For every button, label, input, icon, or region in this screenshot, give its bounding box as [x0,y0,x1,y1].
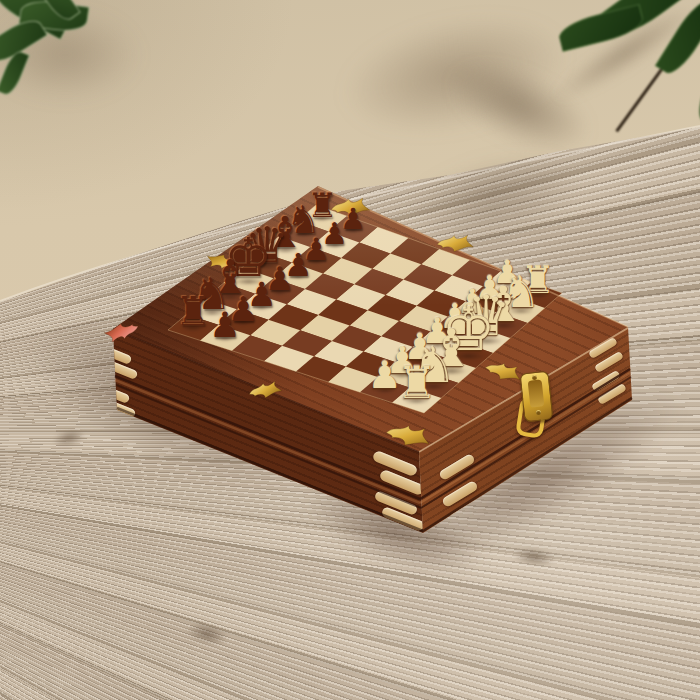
board-square-f1 [427,357,476,383]
corner-joint-inlay [96,383,131,404]
board-square-a1 [514,282,562,308]
brass-bird-inlay [206,254,237,270]
board-square-h4 [296,356,346,382]
wooden-table-surface [0,0,700,700]
piece-black-rook-a8: ♜ [305,189,339,223]
piece-white-king-e1: ♚ [438,299,499,360]
leaf [556,4,646,52]
piece-white-pawn-b2: ♟ [473,271,507,305]
plant-shadow-on-wall [331,0,579,153]
board-square-a5 [390,238,439,264]
board-square-d1 [462,327,511,353]
piece-black-pawn-g7: ♟ [226,292,261,327]
piece-shadow [444,328,465,333]
wood-knot [184,619,230,649]
board-square-c7 [292,247,341,273]
piece-shadow [215,336,236,341]
chess-box-left-side [0,0,700,700]
board-square-e4 [350,310,399,336]
board-square-e6 [287,289,337,315]
piece-black-pawn-a7: ♟ [338,205,368,235]
board-square-d2 [430,317,479,343]
piece-white-rook-a1: ♜ [519,261,558,300]
piece-shadow [462,312,482,317]
board-square-f5 [300,315,350,341]
board-square-d7 [273,263,323,289]
corner-joint-inlay [588,337,618,359]
brass-bird-inlay [484,360,522,382]
brass-latch [512,370,564,440]
piece-black-bishop-f8: ♝ [206,254,253,301]
board-square-g2 [378,362,427,388]
brass-bird-inlay [385,424,431,448]
corner-joint-inlay [374,490,419,516]
board-square-a8 [298,205,347,232]
piece-black-pawn-d7: ♟ [282,249,314,281]
board-square-a2 [483,271,531,297]
piece-shadow [489,322,518,329]
board-square-g1 [409,373,458,399]
board-square-e5 [318,300,367,326]
piece-shadow [419,383,448,390]
piece-shadow [252,262,281,269]
board-square-b4 [403,264,452,290]
piece-white-pawn-g2: ♟ [383,342,421,380]
wall-background [0,0,700,700]
box-lid-seam [113,187,632,531]
piece-white-knight-b1: ♞ [498,270,543,315]
piece-shadow [498,282,517,287]
piece-white-bishop-c1: ♝ [479,280,529,330]
leaf [596,0,700,46]
corner-joint-inlay [381,506,426,532]
piece-shadow [403,398,430,404]
leaf [0,0,77,40]
board-square-e2 [413,332,462,358]
board-square-b7 [310,232,359,258]
board-square-g7 [218,309,268,335]
piece-shadow [374,388,396,393]
piece-shadow [427,343,448,348]
leaf [694,63,700,124]
piece-shadow [273,247,298,253]
corner-joint-inlay [102,398,137,419]
board-square-c8 [261,236,311,262]
board-square-f8 [205,283,255,309]
piece-shadow [289,274,308,279]
leaf [18,0,89,35]
piece-shadow [199,309,225,315]
piece-black-rook-h8: ♜ [173,291,214,332]
board-square-f4 [332,326,381,352]
board-square-a7 [328,216,377,243]
board-square-f6 [268,304,318,330]
latch-screw [536,410,541,415]
wood-knot [511,545,557,569]
chessboard-squares [168,205,562,413]
piece-shadow [480,297,500,302]
plant-leaves-top-left [0,0,700,700]
piece-white-pawn-f2: ♟ [401,328,438,365]
board-square-g6 [250,320,300,346]
chess-box-right-side [0,0,700,700]
piece-shadow [508,308,534,314]
board-square-g4 [314,341,364,367]
board-square-c5 [354,269,403,295]
chess-box-lid-top [0,0,700,700]
board-square-f7 [237,294,287,320]
piece-shadow [233,320,253,325]
piece-shadow [312,216,332,221]
board-square-e7 [255,278,305,304]
piece-white-queen-d1: ♛ [458,288,515,345]
product-photo-scene: ♜♟♞♟♝♟♛♟♚♟♟♜♝♟♟♞♞♟♟♝♜♟♟♛♟♚♟♝♟♞♟♜ [0,0,700,700]
board-square-f3 [363,336,412,362]
board-square-g8 [187,299,237,325]
board-square-b6 [341,243,390,269]
piece-black-pawn-c7: ♟ [301,234,332,265]
latch-inner-plate [528,379,545,407]
board-square-c6 [323,258,372,284]
piece-shadow [216,294,244,301]
board-square-e3 [381,321,430,347]
piece-black-knight-g8: ♞ [189,272,234,317]
piece-black-pawn-f7: ♟ [245,278,279,312]
piece-shadow [233,278,265,286]
leaf [35,0,81,25]
wood-knot [51,427,88,450]
board-square-h1 [392,388,441,414]
piece-white-pawn-a2: ♟ [491,256,524,289]
corner-joint-inlay [594,351,624,373]
board-square-g5 [282,330,332,356]
piece-shadow [326,243,344,248]
board-square-b8 [279,221,328,248]
board-square-a3 [452,260,501,286]
board-square-c1 [479,312,528,338]
board-square-b3 [434,275,483,301]
leaf [0,48,30,97]
piece-white-pawn-e2: ♟ [419,313,455,349]
board-square-h2 [360,377,409,403]
piece-white-bishop-f1: ♝ [425,322,478,375]
piece-white-knight-g1: ♞ [409,340,459,390]
board-square-h3 [328,367,378,393]
board-square-f2 [395,347,444,373]
piece-shadow [391,373,413,378]
piece-white-pawn-h2: ♟ [365,356,404,395]
table-edge-highlight [0,0,700,700]
piece-shadow [252,305,272,310]
piece-black-pawn-e7: ♟ [263,263,296,296]
piece-black-knight-b8: ♞ [284,200,323,239]
latch-hook [515,396,548,439]
corner-joint-inlay [448,497,486,525]
board-square-g3 [346,351,395,377]
leaf [655,0,700,80]
corner-joint-inlay [441,480,479,508]
board-square-e8 [224,268,274,294]
board-square-a6 [359,227,408,253]
brass-bird-inlay [103,319,140,345]
piece-black-queen-d8: ♛ [242,220,292,270]
plant-shadow-on-wall [437,45,603,170]
brass-bird-inlay [330,196,370,218]
piece-shadow [409,358,431,363]
board-square-d5 [336,284,385,310]
box-shadow-on-table [294,466,496,595]
box-shadow-on-table [6,281,361,521]
box-shadow-on-table [391,358,700,587]
board-square-b5 [372,253,421,279]
latch-screw [532,375,537,380]
playing-area-border [168,205,562,413]
chess-pieces-layer: ♜♟♞♟♝♟♛♟♚♟♟♜♝♟♟♞♞♟♟♝♜♟♟♛♟♚♟♝♟♞♟♜ [0,0,700,700]
board-square-b1 [496,297,544,323]
board-square-b2 [465,286,513,312]
corner-joint-inlay [379,469,426,496]
latch-plate [520,371,554,423]
brass-bird-inlays [103,196,522,447]
piece-shadow [307,259,325,264]
board-square-h7 [200,325,250,351]
piece-black-king-e8: ♚ [221,231,275,285]
plant-branch [615,40,683,132]
piece-white-pawn-d2: ♟ [437,299,472,334]
leaf [0,13,48,69]
plant-shadow-on-table [393,136,598,263]
piece-white-rook-h1: ♜ [394,360,440,406]
corner-joint-inlay [597,383,627,405]
piece-shadow [527,293,550,299]
board-square-h6 [232,335,282,361]
board-square-c4 [385,280,434,306]
board-square-d3 [399,306,448,332]
board-square-d4 [368,295,417,321]
corner-joint-inlay [591,370,621,392]
piece-shadow [292,232,315,238]
board-square-c2 [448,301,497,327]
plant-shadow-on-wall [546,0,700,112]
piece-shadow [451,352,487,361]
piece-shadow [436,367,467,375]
piece-white-pawn-c2: ♟ [455,285,490,320]
brass-bird-inlay [248,379,283,401]
corner-joint-inlay [98,344,133,365]
corner-joint-inlay [372,450,419,477]
plant-leaves-top-right [0,0,700,700]
piece-black-bishop-c8: ♝ [264,211,308,255]
board-square-h5 [264,346,314,372]
board-overlay [0,0,700,700]
piece-shadow [181,325,205,331]
board-square-c3 [417,291,466,317]
piece-shadow [270,290,289,295]
leaf-shadow-on-wall [0,10,140,100]
piece-black-pawn-h7: ♟ [207,307,243,343]
piece-black-pawn-b7: ♟ [319,219,350,250]
piece-shadow [470,337,503,345]
board-square-e1 [444,342,493,368]
board-square-d8 [242,252,292,278]
corner-joint-inlay [438,453,476,481]
brass-bird-inlay [436,234,473,253]
board-square-a4 [421,249,470,275]
corner-joint-inlay [104,359,139,380]
board-square-d6 [305,273,354,299]
board-square-h8 [168,314,218,340]
piece-shadow [344,228,361,233]
